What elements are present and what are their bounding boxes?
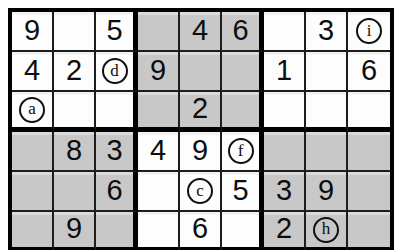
given-digit: 2	[66, 56, 82, 85]
circled-letter: d	[110, 62, 119, 79]
cell-r6c9[interactable]	[348, 212, 390, 250]
cell-r5c2[interactable]	[54, 172, 96, 212]
cell-r5c5[interactable]: c	[180, 172, 222, 212]
circled-letter: h	[322, 220, 331, 237]
cell-r5c1[interactable]	[12, 172, 54, 212]
cell-r3c5[interactable]: 2	[180, 92, 222, 132]
given-digit: 3	[106, 136, 122, 165]
cell-r1c1[interactable]: 9	[12, 12, 54, 52]
circled-letter: c	[196, 182, 204, 199]
cell-r2c3[interactable]: d	[96, 52, 138, 92]
cell-r3c2[interactable]	[54, 92, 96, 132]
given-digit: 6	[232, 16, 248, 45]
cell-r4c7[interactable]	[264, 132, 306, 172]
cell-r5c4[interactable]	[138, 172, 180, 212]
circled-letter-marker: c	[187, 178, 213, 204]
given-digit: 2	[192, 94, 208, 123]
cell-r5c9[interactable]	[348, 172, 390, 212]
circled-letter-marker: i	[356, 18, 382, 44]
cell-r2c6[interactable]	[222, 52, 264, 92]
cell-r4c2[interactable]: 8	[54, 132, 96, 172]
given-digit: 9	[66, 214, 82, 243]
cell-r6c2[interactable]: 9	[54, 212, 96, 250]
cell-r6c7[interactable]: 2	[264, 212, 306, 250]
given-digit: 4	[192, 16, 208, 45]
cell-r1c9[interactable]: i	[348, 12, 390, 52]
given-digit: 5	[106, 16, 122, 45]
given-digit: 6	[361, 56, 377, 85]
cell-r4c1[interactable]	[12, 132, 54, 172]
circled-letter-marker: h	[313, 217, 339, 243]
cell-r3c6[interactable]	[222, 92, 264, 132]
given-digit: 2	[276, 214, 292, 243]
cell-r3c3[interactable]	[96, 92, 138, 132]
cell-r3c4[interactable]	[138, 92, 180, 132]
cell-r1c3[interactable]: 5	[96, 12, 138, 52]
cell-r3c7[interactable]	[264, 92, 306, 132]
cell-r6c4[interactable]	[138, 212, 180, 250]
cell-r6c8[interactable]: h	[306, 212, 348, 250]
given-digit: 9	[192, 136, 208, 165]
sudoku-board: 95463i42d916a28349f6c539962h	[8, 8, 394, 250]
cell-r2c1[interactable]: 4	[12, 52, 54, 92]
cell-r6c3[interactable]	[96, 212, 138, 250]
cell-r3c8[interactable]	[306, 92, 348, 132]
given-digit: 8	[66, 136, 82, 165]
given-digit: 9	[150, 56, 166, 85]
cell-r1c2[interactable]	[54, 12, 96, 52]
cell-r4c5[interactable]: 9	[180, 132, 222, 172]
cell-r3c9[interactable]	[348, 92, 390, 132]
cell-r2c5[interactable]	[180, 52, 222, 92]
given-digit: 6	[106, 176, 122, 205]
circled-letter: a	[28, 100, 36, 117]
given-digit: 4	[150, 136, 166, 165]
cell-r2c9[interactable]: 6	[348, 52, 390, 92]
circled-letter: i	[367, 22, 372, 39]
cell-r1c8[interactable]: 3	[306, 12, 348, 52]
given-digit: 3	[276, 176, 292, 205]
cell-r4c9[interactable]	[348, 132, 390, 172]
circled-letter-marker: f	[228, 138, 254, 164]
circled-letter-marker: d	[102, 58, 128, 84]
cell-r4c6[interactable]: f	[222, 132, 264, 172]
cell-r3c1[interactable]: a	[12, 92, 54, 132]
cell-r1c6[interactable]: 6	[222, 12, 264, 52]
cell-r4c3[interactable]: 3	[96, 132, 138, 172]
cell-r5c7[interactable]: 3	[264, 172, 306, 212]
cell-r5c6[interactable]: 5	[222, 172, 264, 212]
cell-r1c7[interactable]	[264, 12, 306, 52]
circled-letter: f	[238, 142, 244, 159]
given-digit: 4	[24, 56, 40, 85]
given-digit: 5	[232, 176, 248, 205]
cell-r4c8[interactable]	[306, 132, 348, 172]
cell-r5c3[interactable]: 6	[96, 172, 138, 212]
given-digit: 6	[192, 214, 208, 243]
cell-r4c4[interactable]: 4	[138, 132, 180, 172]
cell-r2c4[interactable]: 9	[138, 52, 180, 92]
cell-r6c1[interactable]	[12, 212, 54, 250]
cell-r2c8[interactable]	[306, 52, 348, 92]
cell-r1c4[interactable]	[138, 12, 180, 52]
cell-r1c5[interactable]: 4	[180, 12, 222, 52]
cell-r2c7[interactable]: 1	[264, 52, 306, 92]
given-digit: 3	[318, 16, 334, 45]
given-digit: 9	[318, 176, 334, 205]
cell-r6c5[interactable]: 6	[180, 212, 222, 250]
cell-r2c2[interactable]: 2	[54, 52, 96, 92]
given-digit: 1	[276, 56, 292, 85]
cell-r5c8[interactable]: 9	[306, 172, 348, 212]
given-digit: 9	[24, 16, 40, 45]
cell-r6c6[interactable]	[222, 212, 264, 250]
circled-letter-marker: a	[19, 97, 45, 123]
